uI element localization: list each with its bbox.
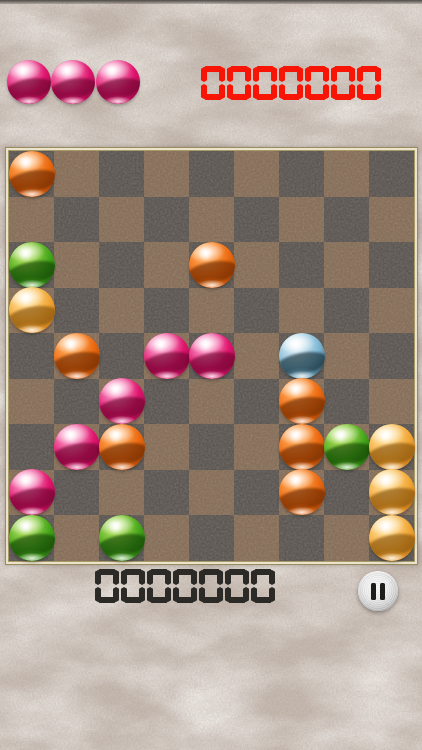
game-screen [0, 0, 422, 750]
board-cell[interactable] [54, 333, 99, 379]
ball-yellow[interactable] [369, 469, 415, 515]
board-frame [5, 147, 418, 565]
board-cell[interactable] [279, 151, 324, 197]
board-cell[interactable] [189, 151, 234, 197]
board-cell[interactable] [234, 197, 279, 243]
seven-seg-digit [225, 569, 249, 603]
board-cell[interactable] [144, 151, 189, 197]
board-cell[interactable] [9, 242, 54, 288]
seven-seg-digit [305, 66, 329, 100]
board-cell[interactable] [99, 515, 144, 561]
ball-orange[interactable] [9, 151, 55, 197]
ball-blue[interactable] [279, 333, 325, 379]
seven-seg-digit [199, 569, 223, 603]
seven-seg-digit [201, 66, 225, 100]
board-cell[interactable] [279, 242, 324, 288]
board-cell[interactable] [99, 379, 144, 425]
board-cell[interactable] [369, 288, 414, 334]
next-ball-pink [51, 60, 95, 104]
board-cell[interactable] [324, 379, 369, 425]
board-cell[interactable] [9, 333, 54, 379]
board-cell[interactable] [279, 379, 324, 425]
board-cell[interactable] [144, 379, 189, 425]
board-cell[interactable] [99, 151, 144, 197]
board-cell[interactable] [234, 288, 279, 334]
board-cell[interactable] [234, 515, 279, 561]
board-cell[interactable] [234, 379, 279, 425]
board-grid [9, 151, 414, 561]
seven-seg-digit [357, 66, 381, 100]
ball-yellow[interactable] [369, 424, 415, 470]
board-cell[interactable] [144, 515, 189, 561]
board-cell[interactable] [54, 242, 99, 288]
board-cell[interactable] [99, 288, 144, 334]
ball-orange[interactable] [189, 242, 235, 288]
board-cell[interactable] [279, 515, 324, 561]
board-cell[interactable] [189, 242, 234, 288]
pause-icon [380, 583, 385, 600]
board-cell[interactable] [234, 151, 279, 197]
seven-seg-digit [251, 569, 275, 603]
score-display-top [201, 66, 381, 100]
board-cell[interactable] [99, 242, 144, 288]
board-cell[interactable] [324, 515, 369, 561]
board-cell[interactable] [9, 151, 54, 197]
board-cell[interactable] [9, 424, 54, 470]
next-ball-pink [96, 60, 140, 104]
board-cell[interactable] [9, 470, 54, 516]
seven-seg-digit [331, 66, 355, 100]
board-cell[interactable] [144, 197, 189, 243]
ball-orange[interactable] [279, 469, 325, 515]
board-cell[interactable] [189, 379, 234, 425]
board-cell[interactable] [369, 151, 414, 197]
ball-pink[interactable] [54, 424, 100, 470]
ball-orange[interactable] [279, 378, 325, 424]
next-ball-pink [7, 60, 51, 104]
board-cell[interactable] [324, 197, 369, 243]
board-cell[interactable] [9, 197, 54, 243]
ball-green[interactable] [9, 515, 55, 561]
ball-pink[interactable] [99, 378, 145, 424]
board-cell[interactable] [144, 470, 189, 516]
ball-green[interactable] [99, 515, 145, 561]
ball-orange[interactable] [54, 333, 100, 379]
ball-yellow[interactable] [9, 287, 55, 333]
board-cell[interactable] [9, 515, 54, 561]
board-cell[interactable] [369, 242, 414, 288]
board-cell[interactable] [54, 515, 99, 561]
board-cell[interactable] [324, 151, 369, 197]
board-cell[interactable] [279, 197, 324, 243]
board-cell[interactable] [279, 470, 324, 516]
board-cell[interactable] [9, 288, 54, 334]
seven-seg-digit [147, 569, 171, 603]
seven-seg-digit [173, 569, 197, 603]
board-cell[interactable] [144, 424, 189, 470]
ball-orange[interactable] [279, 424, 325, 470]
board-cell[interactable] [189, 515, 234, 561]
board-cell[interactable] [324, 288, 369, 334]
seven-seg-digit [121, 569, 145, 603]
board-cell[interactable] [54, 424, 99, 470]
board-cell[interactable] [324, 470, 369, 516]
board-cell[interactable] [144, 288, 189, 334]
ball-pink[interactable] [189, 333, 235, 379]
board-cell[interactable] [279, 288, 324, 334]
board-cell[interactable] [144, 242, 189, 288]
score-display-bottom [95, 569, 275, 603]
board-cell[interactable] [234, 470, 279, 516]
ball-pink[interactable] [9, 469, 55, 515]
board-cell[interactable] [189, 424, 234, 470]
game-board [8, 150, 415, 562]
board-cell[interactable] [9, 379, 54, 425]
board-cell[interactable] [369, 333, 414, 379]
board-cell[interactable] [324, 242, 369, 288]
seven-seg-digit [253, 66, 277, 100]
board-cell[interactable] [189, 197, 234, 243]
ball-pink[interactable] [144, 333, 190, 379]
board-cell[interactable] [54, 197, 99, 243]
board-cell[interactable] [189, 470, 234, 516]
pause-button[interactable] [358, 571, 398, 611]
pause-icon [371, 583, 376, 600]
board-cell[interactable] [99, 197, 144, 243]
ball-yellow[interactable] [369, 515, 415, 561]
board-cell[interactable] [279, 333, 324, 379]
ball-green[interactable] [324, 424, 370, 470]
board-cell[interactable] [54, 151, 99, 197]
screen-top-shadow [0, 0, 422, 4]
board-cell[interactable] [99, 333, 144, 379]
board-cell[interactable] [369, 197, 414, 243]
seven-seg-digit [227, 66, 251, 100]
board-cell[interactable] [144, 333, 189, 379]
board-cell[interactable] [234, 242, 279, 288]
board-cell[interactable] [279, 424, 324, 470]
ball-orange[interactable] [99, 424, 145, 470]
board-cell[interactable] [54, 470, 99, 516]
board-cell[interactable] [99, 424, 144, 470]
board-cell[interactable] [369, 379, 414, 425]
board-cell[interactable] [369, 515, 414, 561]
board-cell[interactable] [189, 288, 234, 334]
board-cell[interactable] [189, 333, 234, 379]
seven-seg-digit [279, 66, 303, 100]
seven-seg-digit [95, 569, 119, 603]
board-cell[interactable] [54, 379, 99, 425]
board-cell[interactable] [54, 288, 99, 334]
board-cell[interactable] [234, 424, 279, 470]
board-cell[interactable] [324, 424, 369, 470]
board-cell[interactable] [369, 470, 414, 516]
board-cell[interactable] [234, 333, 279, 379]
board-cell[interactable] [324, 333, 369, 379]
board-cell[interactable] [369, 424, 414, 470]
board-cell[interactable] [99, 470, 144, 516]
ball-green[interactable] [9, 242, 55, 288]
